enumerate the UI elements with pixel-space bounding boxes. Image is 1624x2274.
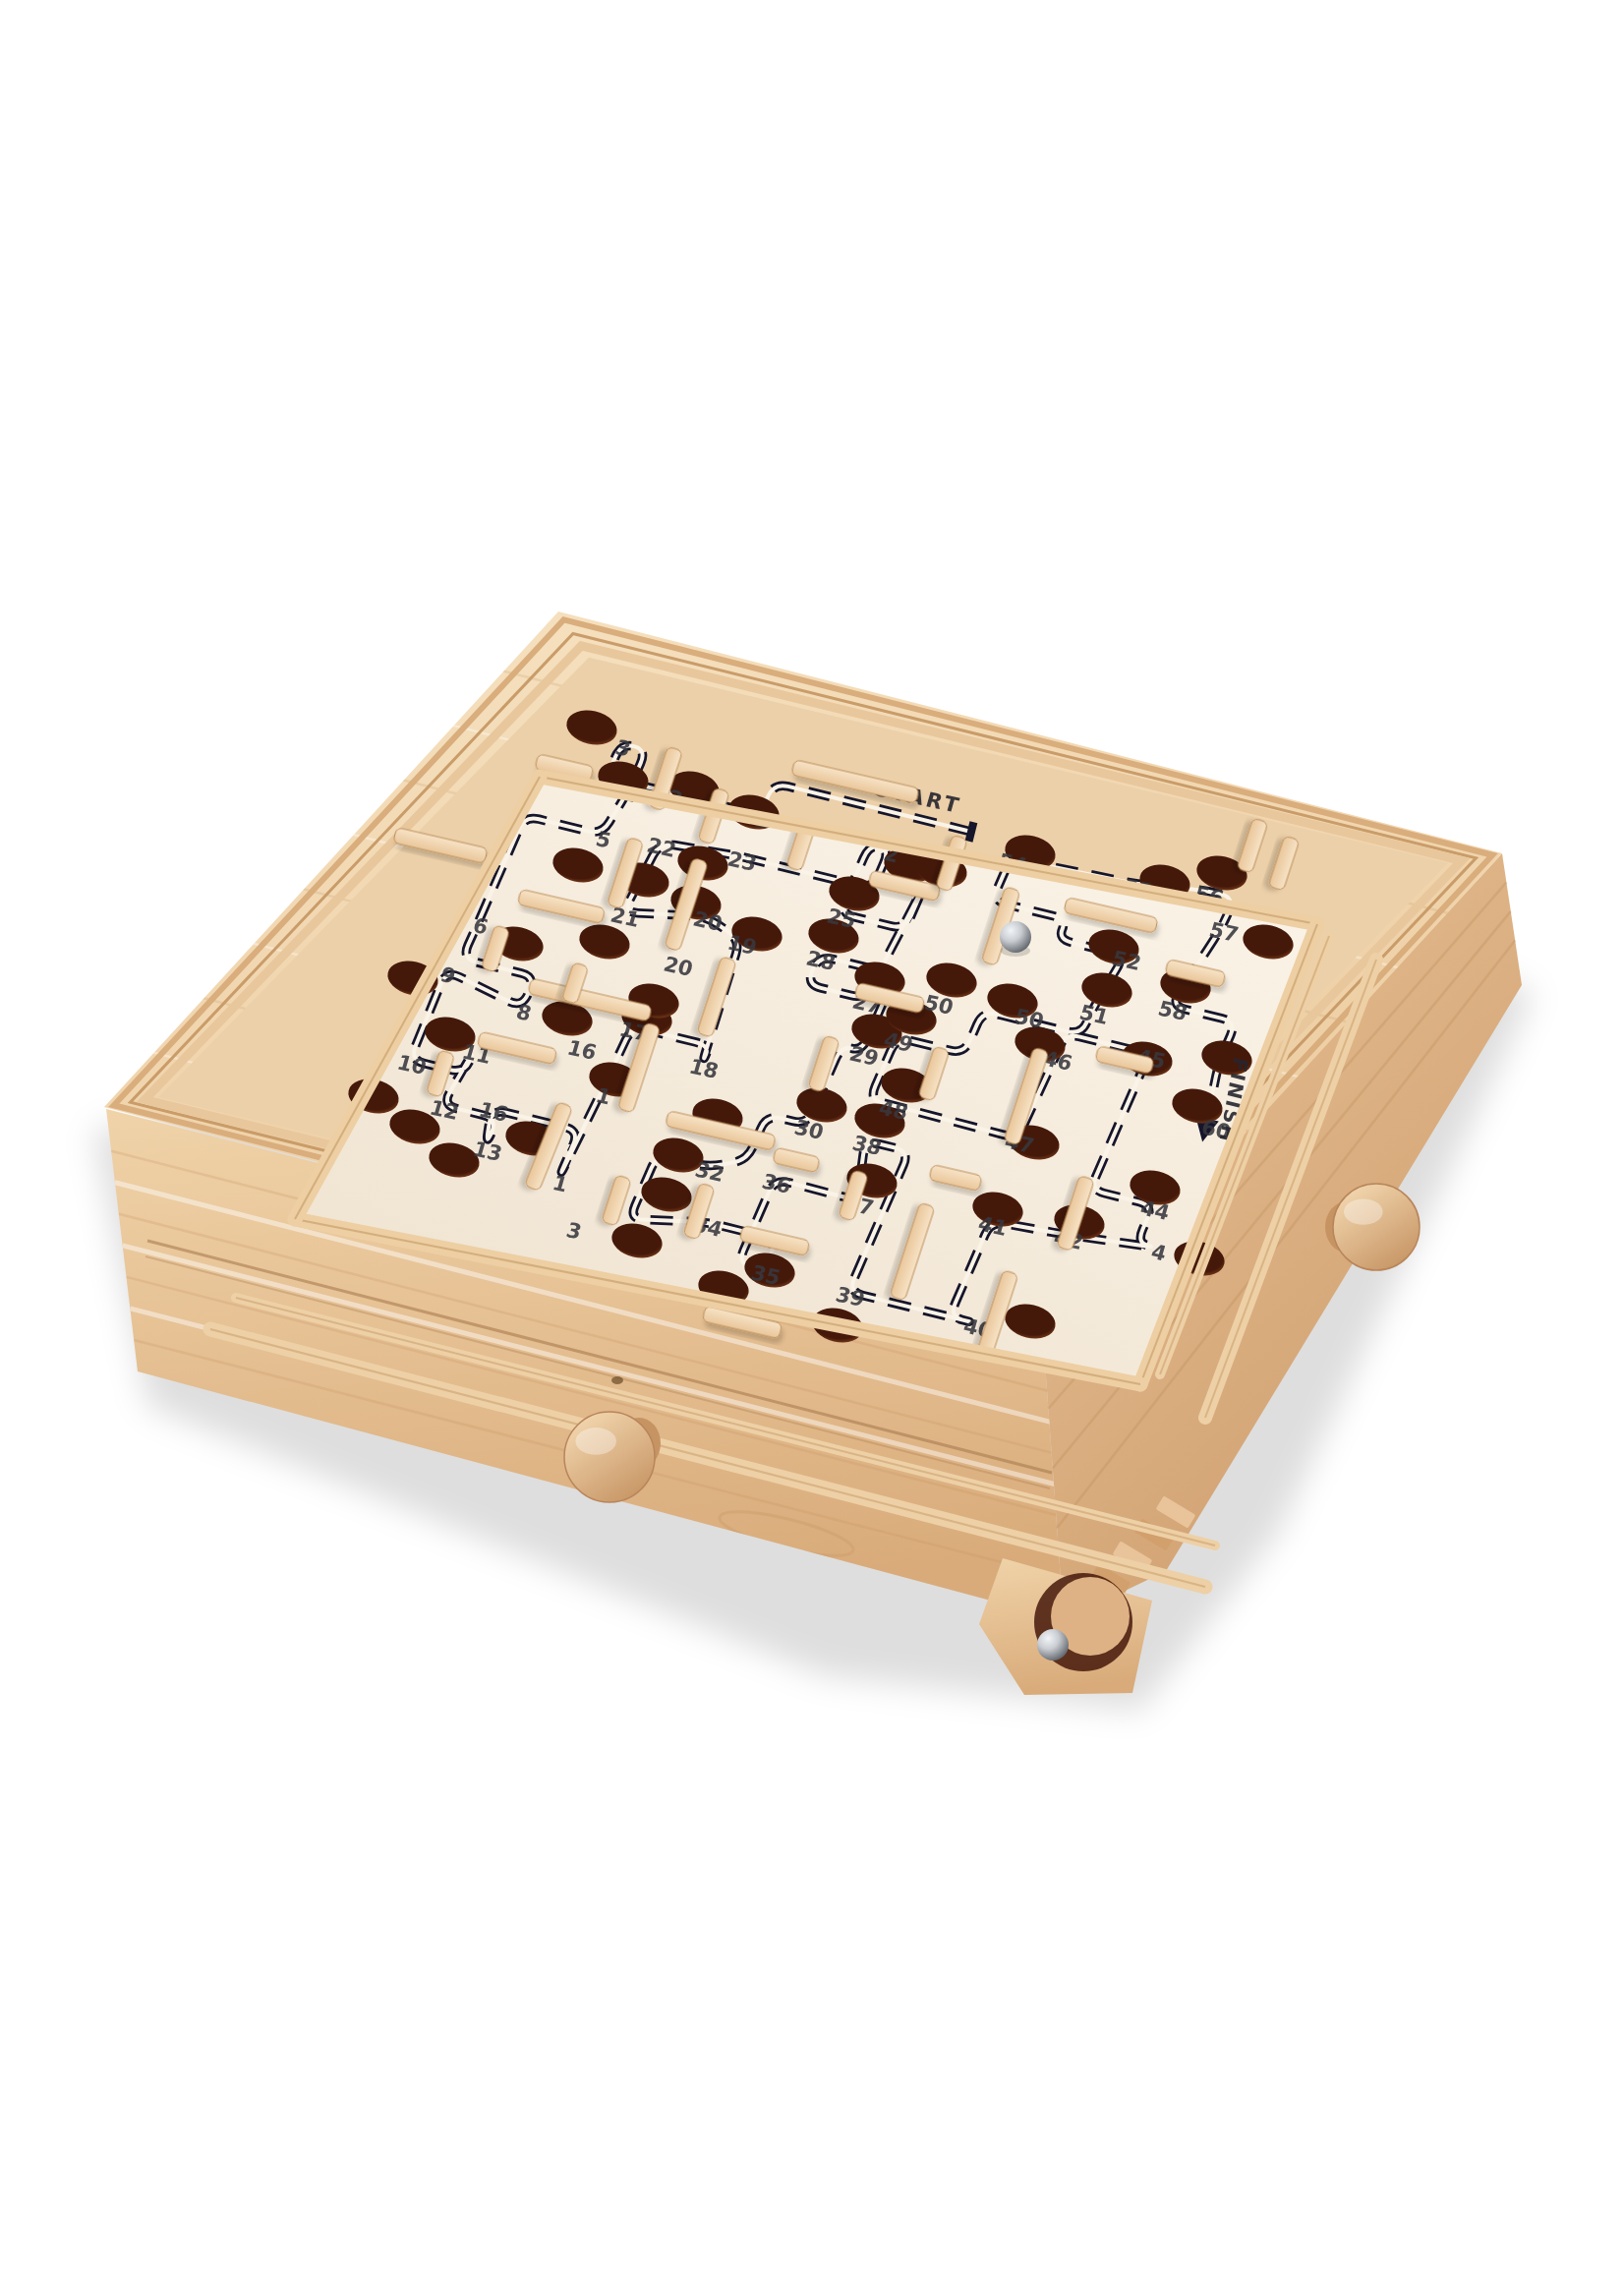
product-photo-stage: Wooden tilting labyrinth marble maze gam… — [0, 0, 1624, 2274]
labyrinth-box-scene: 1234568910111213161116171819202021222322… — [0, 0, 1624, 2274]
right-tilt-knob — [1333, 1184, 1420, 1270]
spare-steel-ball — [1037, 1629, 1069, 1661]
track-start-cap — [969, 822, 974, 841]
maze-steel-ball — [1000, 921, 1031, 953]
front-tilt-knob — [564, 1412, 655, 1502]
right-knob-highlight — [1344, 1198, 1383, 1224]
front-knob-highlight — [576, 1428, 616, 1455]
front-rail-notch — [611, 1376, 623, 1384]
